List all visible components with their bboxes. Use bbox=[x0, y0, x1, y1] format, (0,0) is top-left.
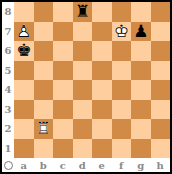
file-label-b: b bbox=[34, 158, 54, 172]
square-g6[interactable] bbox=[131, 41, 151, 61]
white-pawn[interactable]: ♟♙ bbox=[14, 22, 34, 42]
white-to-move-indicator bbox=[4, 161, 13, 170]
black-rook[interactable]: ♜ bbox=[73, 2, 93, 22]
square-d5[interactable] bbox=[73, 61, 93, 81]
corner-cell bbox=[2, 158, 14, 172]
rank-label-8: 8 bbox=[2, 2, 14, 22]
square-c5[interactable] bbox=[53, 61, 73, 81]
square-f5[interactable] bbox=[112, 61, 132, 81]
chess-diagram: 87654321 ♜♟♙♚♔♟♚♜♖ abcdefgh bbox=[0, 0, 172, 174]
square-d6[interactable] bbox=[73, 41, 93, 61]
rank-label-5: 5 bbox=[2, 61, 14, 81]
square-e8[interactable] bbox=[92, 2, 112, 22]
file-label-e: e bbox=[92, 158, 112, 172]
square-h6[interactable] bbox=[151, 41, 171, 61]
rank-labels: 87654321 bbox=[2, 2, 14, 158]
file-label-h: h bbox=[151, 158, 171, 172]
square-f2[interactable] bbox=[112, 119, 132, 139]
file-labels: abcdefgh bbox=[14, 158, 170, 172]
square-b2[interactable]: ♜♖ bbox=[34, 119, 54, 139]
file-label-g: g bbox=[131, 158, 151, 172]
square-g7[interactable]: ♟ bbox=[131, 22, 151, 42]
black-king-glyph: ♚ bbox=[14, 41, 34, 61]
square-c7[interactable] bbox=[53, 22, 73, 42]
rank-label-3: 3 bbox=[2, 100, 14, 120]
black-pawn-glyph: ♟ bbox=[131, 22, 151, 42]
square-a3[interactable] bbox=[14, 100, 34, 120]
square-c6[interactable] bbox=[53, 41, 73, 61]
square-g5[interactable] bbox=[131, 61, 151, 81]
square-f1[interactable] bbox=[112, 139, 132, 159]
square-d4[interactable] bbox=[73, 80, 93, 100]
square-b6[interactable] bbox=[34, 41, 54, 61]
square-d3[interactable] bbox=[73, 100, 93, 120]
file-label-d: d bbox=[73, 158, 93, 172]
chess-board: ♜♟♙♚♔♟♚♜♖ bbox=[14, 2, 170, 158]
square-a7[interactable]: ♟♙ bbox=[14, 22, 34, 42]
square-c8[interactable] bbox=[53, 2, 73, 22]
square-h3[interactable] bbox=[151, 100, 171, 120]
square-f6[interactable] bbox=[112, 41, 132, 61]
square-b1[interactable] bbox=[34, 139, 54, 159]
square-d7[interactable] bbox=[73, 22, 93, 42]
white-king-outline: ♔ bbox=[112, 22, 132, 42]
white-rook[interactable]: ♜♖ bbox=[34, 119, 54, 139]
black-king[interactable]: ♚ bbox=[14, 41, 34, 61]
white-pawn-outline: ♙ bbox=[14, 22, 34, 42]
square-c1[interactable] bbox=[53, 139, 73, 159]
rank-label-7: 7 bbox=[2, 22, 14, 42]
square-a5[interactable] bbox=[14, 61, 34, 81]
square-c2[interactable] bbox=[53, 119, 73, 139]
square-a4[interactable] bbox=[14, 80, 34, 100]
square-e4[interactable] bbox=[92, 80, 112, 100]
square-e1[interactable] bbox=[92, 139, 112, 159]
square-g2[interactable] bbox=[131, 119, 151, 139]
square-h7[interactable] bbox=[151, 22, 171, 42]
square-b5[interactable] bbox=[34, 61, 54, 81]
rank-label-2: 2 bbox=[2, 119, 14, 139]
square-b3[interactable] bbox=[34, 100, 54, 120]
square-h8[interactable] bbox=[151, 2, 171, 22]
square-g1[interactable] bbox=[131, 139, 151, 159]
file-label-c: c bbox=[53, 158, 73, 172]
square-g3[interactable] bbox=[131, 100, 151, 120]
square-f3[interactable] bbox=[112, 100, 132, 120]
square-h4[interactable] bbox=[151, 80, 171, 100]
square-a2[interactable] bbox=[14, 119, 34, 139]
square-d8[interactable]: ♜ bbox=[73, 2, 93, 22]
square-a6[interactable]: ♚ bbox=[14, 41, 34, 61]
square-b8[interactable] bbox=[34, 2, 54, 22]
black-rook-glyph: ♜ bbox=[73, 2, 93, 22]
white-rook-outline: ♖ bbox=[34, 119, 54, 139]
square-d1[interactable] bbox=[73, 139, 93, 159]
square-f7[interactable]: ♚♔ bbox=[112, 22, 132, 42]
diagram-layout: 87654321 ♜♟♙♚♔♟♚♜♖ abcdefgh bbox=[2, 2, 170, 172]
square-g8[interactable] bbox=[131, 2, 151, 22]
square-h2[interactable] bbox=[151, 119, 171, 139]
square-b4[interactable] bbox=[34, 80, 54, 100]
file-label-f: f bbox=[112, 158, 132, 172]
rank-label-1: 1 bbox=[2, 139, 14, 159]
square-a8[interactable] bbox=[14, 2, 34, 22]
square-f8[interactable] bbox=[112, 2, 132, 22]
rank-label-4: 4 bbox=[2, 80, 14, 100]
square-c3[interactable] bbox=[53, 100, 73, 120]
square-d2[interactable] bbox=[73, 119, 93, 139]
square-e5[interactable] bbox=[92, 61, 112, 81]
square-e7[interactable] bbox=[92, 22, 112, 42]
square-a1[interactable] bbox=[14, 139, 34, 159]
rank-label-6: 6 bbox=[2, 41, 14, 61]
file-label-a: a bbox=[14, 158, 34, 172]
square-e2[interactable] bbox=[92, 119, 112, 139]
square-h1[interactable] bbox=[151, 139, 171, 159]
square-b7[interactable] bbox=[34, 22, 54, 42]
square-e6[interactable] bbox=[92, 41, 112, 61]
black-pawn[interactable]: ♟ bbox=[131, 22, 151, 42]
square-h5[interactable] bbox=[151, 61, 171, 81]
white-king[interactable]: ♚♔ bbox=[112, 22, 132, 42]
square-f4[interactable] bbox=[112, 80, 132, 100]
square-e3[interactable] bbox=[92, 100, 112, 120]
square-g4[interactable] bbox=[131, 80, 151, 100]
square-c4[interactable] bbox=[53, 80, 73, 100]
